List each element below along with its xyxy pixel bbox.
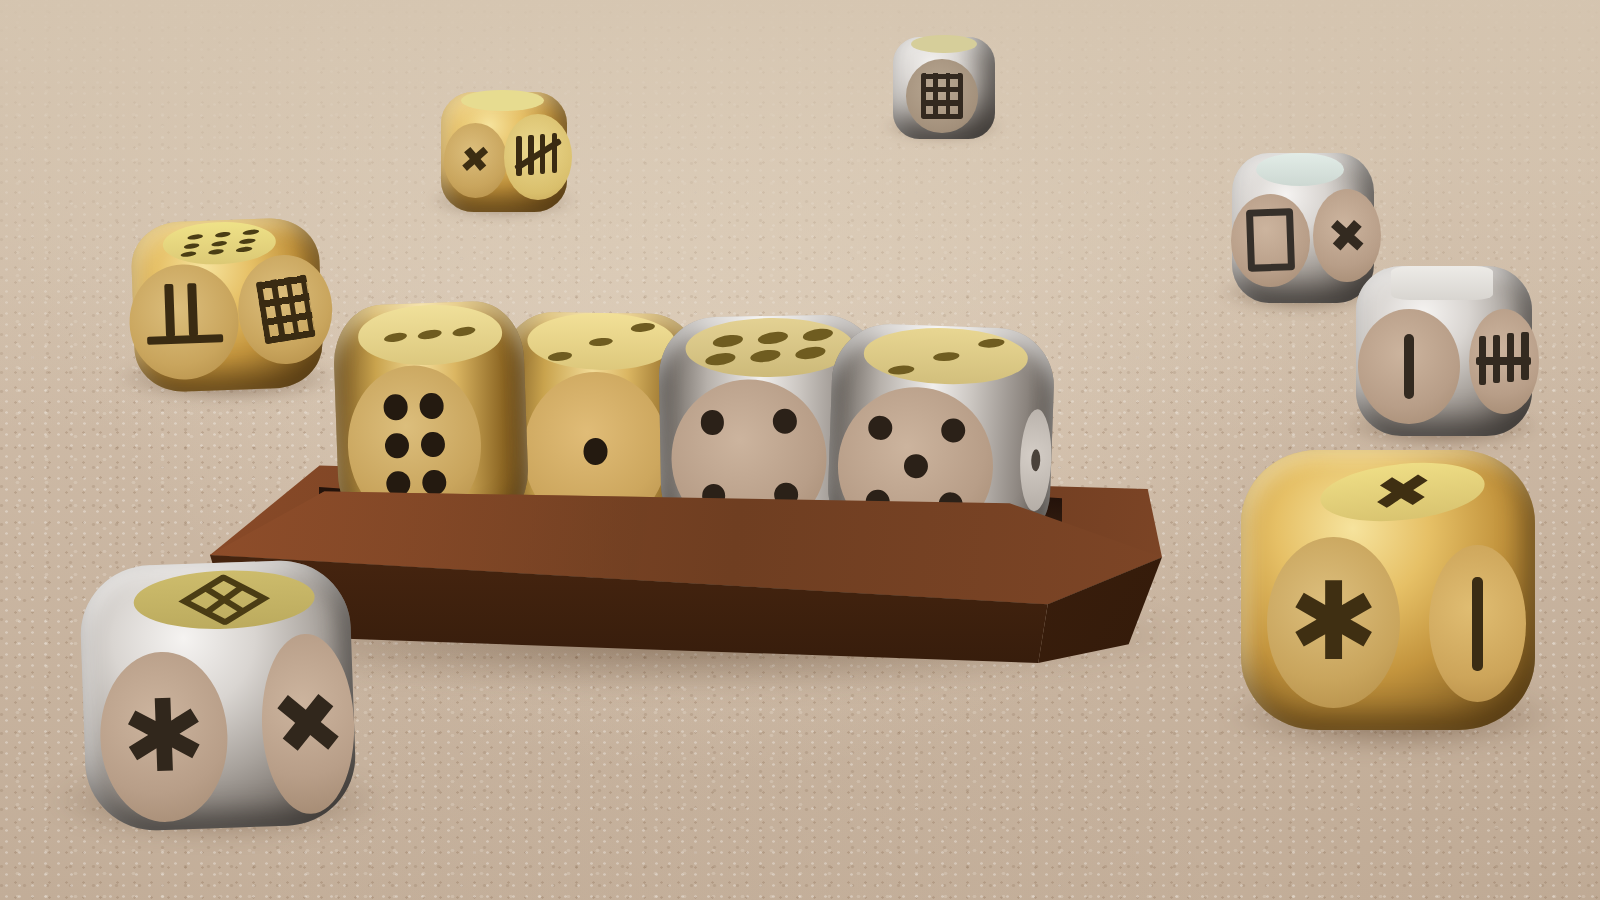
- pip: [179, 251, 197, 258]
- die-left-face: ✱: [1267, 537, 1399, 708]
- pip: [546, 351, 573, 361]
- pip: [183, 242, 201, 249]
- pip: [451, 326, 477, 337]
- pip: [383, 394, 408, 420]
- pips-9: [172, 226, 265, 260]
- bar-symbol: [1404, 334, 1414, 399]
- tally-stroke: [1476, 357, 1531, 365]
- pip: [583, 438, 608, 465]
- die-left-face: ✖: [444, 123, 507, 197]
- die-top-face: [461, 90, 544, 112]
- asterisk-symbol: ✱: [120, 686, 207, 789]
- die-right-face: [1429, 545, 1526, 702]
- pip: [941, 418, 966, 443]
- tally-stroke: [165, 284, 175, 338]
- pip: [711, 334, 746, 348]
- diamond-cross-symbol: [153, 572, 296, 627]
- pips-1: [583, 438, 608, 465]
- pip: [748, 350, 783, 364]
- pip: [210, 240, 228, 247]
- pip: [629, 322, 656, 332]
- pip: [801, 328, 836, 342]
- pip: [793, 347, 828, 361]
- cross-symbol: ✖: [266, 681, 351, 767]
- square-symbol: [1246, 208, 1296, 272]
- pip: [207, 249, 225, 256]
- pip: [903, 454, 928, 479]
- pip: [214, 231, 232, 238]
- pip: [931, 352, 961, 361]
- pips-6: [377, 386, 453, 503]
- die-top-face: [1391, 266, 1493, 300]
- die-brass-tally-upper[interactable]: ✖: [441, 92, 567, 212]
- die-front-face: [906, 59, 977, 132]
- pip: [422, 470, 447, 496]
- grid-tally-symbol: [255, 275, 315, 345]
- pip: [382, 332, 408, 343]
- cross-symbol: ✖: [1325, 213, 1368, 259]
- die-steel-square-cross[interactable]: ✖: [1232, 153, 1374, 303]
- pip: [588, 337, 615, 347]
- die-steel-bar-tally[interactable]: [1356, 266, 1532, 436]
- die-right-face: [504, 114, 572, 200]
- photo-scene: ✖ ✖: [0, 0, 1600, 900]
- die-steel-grid-top[interactable]: [893, 37, 995, 139]
- pip: [234, 246, 252, 253]
- pips-3: [878, 336, 1014, 376]
- pip: [1031, 449, 1041, 472]
- pips-1: [1031, 449, 1041, 472]
- die-right-face: [1469, 309, 1539, 414]
- pip: [976, 338, 1006, 347]
- pip: [417, 329, 443, 340]
- pip: [886, 365, 916, 374]
- die-top-face: [1256, 153, 1344, 186]
- tally-stroke: [147, 334, 224, 345]
- pip: [756, 331, 791, 345]
- pips-3: [370, 309, 490, 360]
- bar-symbol: [1472, 577, 1484, 671]
- pip: [186, 233, 204, 240]
- die-steel-symbols-bottomleft[interactable]: ✱ ✖: [78, 558, 357, 832]
- asterisk-symbol: ✱: [1288, 568, 1379, 676]
- die-front-face: [1358, 309, 1460, 425]
- crossed-tally-symbol: [1476, 324, 1531, 398]
- pip: [868, 416, 893, 441]
- pip: [700, 410, 724, 435]
- rod-tally-symbol: [145, 279, 224, 365]
- pip: [704, 353, 739, 367]
- pip: [421, 431, 446, 457]
- cross-symbol: ✖: [1369, 466, 1437, 518]
- tally-stroke: [188, 283, 198, 337]
- x-tally-symbol: ✖: [457, 142, 492, 178]
- die-top-face: [911, 35, 976, 53]
- gate-tally-symbol: [514, 127, 563, 187]
- die-brass-tally-topleft[interactable]: [130, 217, 324, 393]
- pip: [241, 229, 259, 236]
- die-left-face: [1231, 194, 1311, 287]
- pips-3: [539, 320, 663, 363]
- grid-tally-symbol: [921, 73, 964, 119]
- pip: [419, 393, 444, 419]
- die-brass-symbols-bottomright[interactable]: ✖ ✱: [1241, 450, 1535, 730]
- pip: [385, 433, 410, 459]
- pips-6: [695, 325, 845, 371]
- pip: [238, 238, 256, 245]
- pip: [773, 409, 797, 434]
